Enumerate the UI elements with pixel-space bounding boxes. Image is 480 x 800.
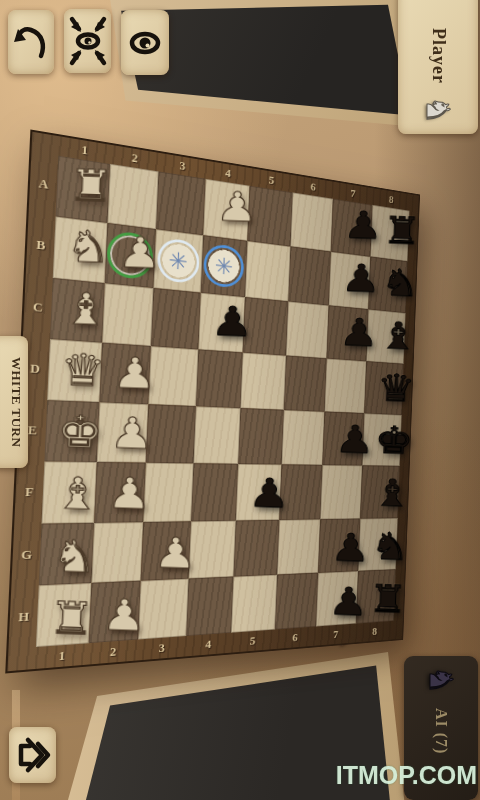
white-bishop[interactable]: ♝ bbox=[62, 286, 109, 331]
white-pawn[interactable]: ♟ bbox=[153, 531, 198, 574]
file-label: G bbox=[11, 523, 41, 586]
black-rook[interactable]: ♜ bbox=[368, 580, 408, 619]
square-d7[interactable] bbox=[325, 358, 366, 413]
white-pawn[interactable]: ♟ bbox=[117, 231, 163, 275]
square-d5[interactable] bbox=[240, 352, 285, 410]
file-label: A bbox=[29, 152, 59, 217]
file-label: H bbox=[8, 585, 38, 649]
square-a4[interactable]: ♟ bbox=[203, 179, 250, 241]
forward-button[interactable] bbox=[9, 727, 56, 783]
square-h5[interactable] bbox=[231, 574, 277, 632]
square-e7[interactable]: ♟ bbox=[322, 412, 364, 466]
white-king[interactable]: ♚ bbox=[57, 410, 104, 455]
square-b1[interactable]: ♞ bbox=[53, 217, 107, 283]
square-e2[interactable]: ♟ bbox=[96, 402, 148, 463]
focus-view-icon bbox=[68, 13, 108, 69]
black-pawn[interactable]: ♟ bbox=[248, 473, 291, 514]
square-c1[interactable]: ♝ bbox=[50, 278, 104, 343]
white-pawn[interactable]: ♟ bbox=[215, 186, 258, 228]
black-pawn[interactable]: ♟ bbox=[343, 206, 383, 245]
focus-view-button[interactable] bbox=[64, 9, 111, 73]
black-bishop[interactable]: ♝ bbox=[378, 316, 418, 354]
square-h2[interactable]: ♟ bbox=[88, 581, 140, 644]
file-label: F bbox=[14, 461, 44, 523]
rank-label-bottom: 8 bbox=[355, 621, 394, 642]
move-target-marker[interactable]: ✳ bbox=[203, 243, 245, 289]
square-h7[interactable]: ♟ bbox=[316, 571, 358, 627]
eye-view-icon bbox=[125, 15, 165, 71]
black-rook[interactable]: ♜ bbox=[382, 212, 422, 250]
square-g7[interactable]: ♟ bbox=[318, 518, 360, 572]
square-f1[interactable]: ♝ bbox=[42, 462, 97, 524]
square-b4[interactable]: ✳ bbox=[200, 235, 247, 296]
chess-board-scene: 12345678A♜♟♟♜B♞♟✳✳♟♞C♝♟♟♝D♛♟♛E♚♟♟♚F♝♟♟♝G… bbox=[20, 130, 480, 670]
rank-label-bottom: 6 bbox=[274, 627, 316, 650]
rank-label-bottom: 5 bbox=[230, 630, 274, 653]
square-f4[interactable] bbox=[191, 464, 239, 521]
black-knight[interactable]: ♞ bbox=[380, 264, 420, 302]
rank-label-bottom: 7 bbox=[315, 624, 355, 646]
square-a3[interactable] bbox=[156, 171, 205, 235]
turn-label: WHITE TURN bbox=[8, 357, 24, 447]
black-knight[interactable]: ♞ bbox=[370, 527, 410, 566]
square-e4[interactable] bbox=[193, 406, 240, 464]
square-d2[interactable]: ♟ bbox=[99, 342, 151, 404]
ai-label: AI (7) bbox=[432, 708, 450, 754]
white-knight-icon: ♞ bbox=[422, 96, 454, 125]
square-f7[interactable] bbox=[320, 465, 362, 519]
white-pawn[interactable]: ♟ bbox=[109, 411, 155, 455]
black-pawn[interactable]: ♟ bbox=[334, 420, 375, 459]
white-rook[interactable]: ♜ bbox=[68, 164, 115, 209]
square-d6[interactable] bbox=[283, 355, 326, 411]
black-knight-icon: ♞ bbox=[425, 666, 457, 695]
square-a2[interactable] bbox=[107, 164, 159, 230]
square-h6[interactable] bbox=[275, 573, 319, 630]
square-e1[interactable]: ♚ bbox=[44, 400, 99, 462]
black-queen[interactable]: ♛ bbox=[376, 369, 416, 407]
square-b2[interactable]: ♟ bbox=[104, 223, 156, 287]
corner bbox=[7, 647, 35, 671]
player-label: Player bbox=[428, 28, 449, 84]
square-b7[interactable]: ♟ bbox=[329, 252, 370, 309]
square-a7[interactable]: ♟ bbox=[331, 199, 372, 257]
black-pawn[interactable]: ♟ bbox=[330, 528, 371, 568]
rank-label-bottom: 2 bbox=[87, 640, 138, 665]
compass-star-icon: ✳ bbox=[215, 254, 234, 279]
undo-button[interactable] bbox=[8, 10, 54, 74]
white-rook[interactable]: ♜ bbox=[48, 596, 95, 642]
player-card: Player ♞ bbox=[398, 0, 478, 134]
rank-label-bottom: 1 bbox=[35, 643, 88, 669]
square-c6[interactable] bbox=[286, 301, 329, 358]
white-pawn[interactable]: ♟ bbox=[106, 472, 152, 516]
move-target-marker[interactable]: ✳ bbox=[156, 237, 200, 284]
square-b6[interactable] bbox=[288, 247, 331, 305]
view-toggle-button[interactable] bbox=[121, 10, 169, 75]
square-h4[interactable] bbox=[186, 576, 234, 636]
compass-star-icon: ✳ bbox=[168, 249, 188, 274]
square-g2[interactable] bbox=[91, 522, 143, 583]
undo-arrow-icon bbox=[12, 16, 50, 68]
square-c7[interactable]: ♟ bbox=[327, 305, 368, 361]
square-c2[interactable] bbox=[102, 283, 154, 346]
white-pawn[interactable]: ♟ bbox=[111, 351, 157, 395]
white-knight[interactable]: ♞ bbox=[65, 225, 112, 270]
square-d8[interactable]: ♛ bbox=[364, 361, 404, 415]
white-pawn[interactable]: ♟ bbox=[101, 593, 147, 638]
board-frame: 12345678A♜♟♟♜B♞♟✳✳♟♞C♝♟♟♝D♛♟♛E♚♟♟♚F♝♟♟♝G… bbox=[7, 132, 418, 672]
watermark: ITMOP.COM bbox=[336, 761, 477, 790]
black-bishop[interactable]: ♝ bbox=[372, 474, 412, 513]
square-a6[interactable] bbox=[290, 192, 333, 251]
black-pawn[interactable]: ♟ bbox=[339, 313, 380, 352]
white-queen[interactable]: ♛ bbox=[59, 348, 106, 393]
black-king[interactable]: ♚ bbox=[374, 421, 414, 460]
white-bishop[interactable]: ♝ bbox=[54, 471, 101, 516]
square-g1[interactable]: ♞ bbox=[39, 522, 94, 585]
black-pawn[interactable]: ♟ bbox=[328, 582, 369, 622]
turn-indicator: WHITE TURN bbox=[0, 336, 28, 468]
square-e5[interactable] bbox=[238, 408, 283, 465]
square-h1[interactable]: ♜ bbox=[36, 583, 91, 647]
black-pawn[interactable]: ♟ bbox=[341, 259, 382, 298]
square-f5[interactable]: ♟ bbox=[236, 464, 281, 520]
square-f8[interactable]: ♝ bbox=[360, 466, 400, 519]
file-label: C bbox=[23, 275, 53, 339]
square-c4[interactable]: ♟ bbox=[198, 292, 245, 352]
white-knight[interactable]: ♞ bbox=[51, 533, 98, 579]
square-b5[interactable] bbox=[245, 241, 290, 301]
square-g5[interactable] bbox=[233, 520, 279, 577]
corner bbox=[393, 620, 402, 639]
rank-label-bottom: 4 bbox=[185, 633, 231, 657]
square-d1[interactable]: ♛ bbox=[47, 339, 101, 402]
square-a1[interactable]: ♜ bbox=[56, 156, 110, 223]
file-label: B bbox=[26, 213, 56, 277]
square-c3[interactable] bbox=[151, 288, 200, 350]
forward-arrow-icon bbox=[14, 732, 52, 778]
square-f2[interactable]: ♟ bbox=[94, 462, 146, 522]
square-g3[interactable]: ♟ bbox=[141, 521, 191, 581]
square-e6[interactable] bbox=[281, 410, 324, 465]
square-d4[interactable] bbox=[195, 349, 242, 408]
black-pawn[interactable]: ♟ bbox=[210, 300, 254, 342]
square-g6[interactable] bbox=[277, 519, 321, 575]
